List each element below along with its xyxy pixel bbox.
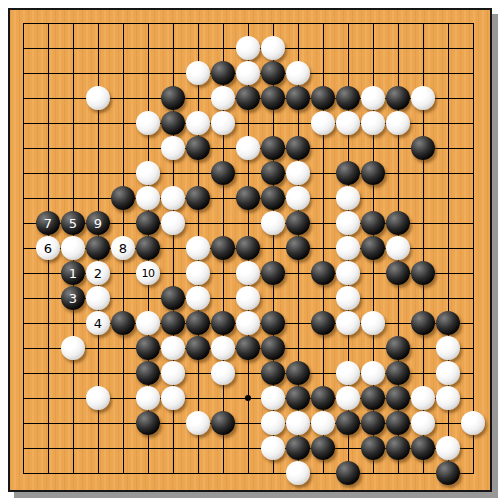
white-stone xyxy=(286,411,310,435)
black-stone xyxy=(136,361,160,385)
white-stone xyxy=(86,86,110,110)
white-stone xyxy=(336,311,360,335)
white-stone xyxy=(361,311,385,335)
white-stone xyxy=(336,186,360,210)
black-stone xyxy=(311,386,335,410)
black-stone xyxy=(386,386,410,410)
black-stone xyxy=(186,186,210,210)
grid-line-vertical xyxy=(473,23,474,474)
white-stone xyxy=(336,361,360,385)
white-stone xyxy=(361,361,385,385)
white-stone xyxy=(211,336,235,360)
black-stone xyxy=(236,186,260,210)
black-stone xyxy=(386,411,410,435)
black-stone xyxy=(161,286,185,310)
black-stone xyxy=(186,136,210,160)
hoshi-point xyxy=(245,395,251,401)
black-stone xyxy=(386,86,410,110)
white-stone xyxy=(436,386,460,410)
black-stone xyxy=(211,61,235,85)
white-stone xyxy=(361,86,385,110)
black-stone xyxy=(286,361,310,385)
black-stone xyxy=(336,161,360,185)
black-stone xyxy=(336,461,360,485)
grid-line-horizontal xyxy=(23,473,474,474)
black-stone xyxy=(286,86,310,110)
black-stone xyxy=(186,336,210,360)
black-stone xyxy=(361,411,385,435)
black-stone xyxy=(386,436,410,460)
white-stone xyxy=(336,236,360,260)
move-5-black-stone: 5 xyxy=(61,211,85,235)
white-stone xyxy=(161,136,185,160)
white-stone xyxy=(136,111,160,135)
black-stone xyxy=(136,336,160,360)
white-stone xyxy=(61,336,85,360)
white-stone xyxy=(261,411,285,435)
white-stone xyxy=(336,261,360,285)
black-stone xyxy=(286,436,310,460)
white-stone xyxy=(236,286,260,310)
white-stone xyxy=(411,411,435,435)
white-stone xyxy=(136,386,160,410)
white-stone xyxy=(336,211,360,235)
black-stone xyxy=(336,411,360,435)
move-number-label: 8 xyxy=(119,242,127,255)
white-stone xyxy=(86,286,110,310)
black-stone xyxy=(411,311,435,335)
white-stone xyxy=(161,211,185,235)
white-stone xyxy=(311,411,335,435)
move-number-label: 5 xyxy=(69,217,77,230)
black-stone xyxy=(386,211,410,235)
black-stone xyxy=(311,261,335,285)
black-stone xyxy=(261,86,285,110)
white-stone xyxy=(61,236,85,260)
white-stone xyxy=(261,436,285,460)
white-stone xyxy=(436,361,460,385)
move-6-white-stone: 6 xyxy=(36,236,60,260)
white-stone xyxy=(261,211,285,235)
white-stone xyxy=(286,161,310,185)
black-stone xyxy=(136,211,160,235)
white-stone xyxy=(136,186,160,210)
black-stone xyxy=(286,236,310,260)
white-stone xyxy=(286,61,310,85)
black-stone xyxy=(261,186,285,210)
white-stone xyxy=(186,61,210,85)
white-stone xyxy=(461,411,485,435)
white-stone xyxy=(211,361,235,385)
move-number-label: 10 xyxy=(142,268,155,279)
black-stone xyxy=(436,311,460,335)
black-stone xyxy=(261,161,285,185)
black-stone xyxy=(86,236,110,260)
move-number-label: 7 xyxy=(44,217,52,230)
white-stone xyxy=(236,61,260,85)
white-stone xyxy=(186,286,210,310)
white-stone xyxy=(186,111,210,135)
white-stone xyxy=(286,461,310,485)
black-stone xyxy=(186,311,210,335)
move-number-label: 9 xyxy=(94,217,102,230)
black-stone xyxy=(111,311,135,335)
black-stone xyxy=(311,86,335,110)
move-9-black-stone: 9 xyxy=(86,211,110,235)
white-stone xyxy=(136,311,160,335)
go-board[interactable]: 75968121034 xyxy=(8,8,492,492)
move-3-black-stone: 3 xyxy=(61,286,85,310)
white-stone xyxy=(186,261,210,285)
white-stone xyxy=(136,161,160,185)
white-stone xyxy=(386,236,410,260)
black-stone xyxy=(386,261,410,285)
white-stone xyxy=(261,386,285,410)
white-stone xyxy=(211,111,235,135)
move-8-white-stone: 8 xyxy=(111,236,135,260)
black-stone xyxy=(361,161,385,185)
white-stone xyxy=(161,361,185,385)
black-stone xyxy=(261,61,285,85)
black-stone xyxy=(111,186,135,210)
white-stone xyxy=(411,386,435,410)
black-stone xyxy=(161,86,185,110)
white-stone xyxy=(186,236,210,260)
move-number-label: 4 xyxy=(94,317,102,330)
move-number-label: 2 xyxy=(94,267,102,280)
white-stone xyxy=(286,186,310,210)
black-stone xyxy=(311,436,335,460)
move-number-label: 1 xyxy=(69,267,77,280)
black-stone xyxy=(161,311,185,335)
move-2-white-stone: 2 xyxy=(86,261,110,285)
move-number-label: 6 xyxy=(44,242,52,255)
white-stone xyxy=(336,386,360,410)
black-stone xyxy=(136,411,160,435)
white-stone xyxy=(336,111,360,135)
white-stone xyxy=(411,86,435,110)
white-stone xyxy=(436,436,460,460)
white-stone xyxy=(386,111,410,135)
white-stone xyxy=(361,111,385,135)
white-stone xyxy=(336,286,360,310)
black-stone xyxy=(411,436,435,460)
black-stone xyxy=(261,311,285,335)
move-1-black-stone: 1 xyxy=(61,261,85,285)
black-stone xyxy=(361,236,385,260)
black-stone xyxy=(261,361,285,385)
black-stone xyxy=(211,411,235,435)
white-stone xyxy=(236,261,260,285)
black-stone xyxy=(386,336,410,360)
black-stone xyxy=(161,111,185,135)
white-stone xyxy=(236,136,260,160)
black-stone xyxy=(236,236,260,260)
black-stone xyxy=(286,136,310,160)
black-stone xyxy=(211,236,235,260)
black-stone xyxy=(211,311,235,335)
move-4-white-stone: 4 xyxy=(86,311,110,335)
white-stone xyxy=(186,411,210,435)
black-stone xyxy=(411,261,435,285)
black-stone xyxy=(361,386,385,410)
black-stone xyxy=(286,386,310,410)
move-number-label: 3 xyxy=(69,292,77,305)
black-stone xyxy=(361,436,385,460)
white-stone xyxy=(311,111,335,135)
white-stone xyxy=(261,36,285,60)
white-stone xyxy=(211,86,235,110)
white-stone xyxy=(86,386,110,410)
black-stone xyxy=(261,336,285,360)
white-stone xyxy=(436,336,460,360)
black-stone xyxy=(436,461,460,485)
white-stone xyxy=(236,36,260,60)
white-stone xyxy=(161,186,185,210)
move-7-black-stone: 7 xyxy=(36,211,60,235)
black-stone xyxy=(411,136,435,160)
white-stone xyxy=(161,386,185,410)
black-stone xyxy=(311,311,335,335)
black-stone xyxy=(386,361,410,385)
white-stone xyxy=(236,311,260,335)
white-stone xyxy=(161,336,185,360)
black-stone xyxy=(211,161,235,185)
black-stone xyxy=(336,86,360,110)
black-stone xyxy=(261,261,285,285)
black-stone xyxy=(136,236,160,260)
black-stone xyxy=(261,136,285,160)
move-10-white-stone: 10 xyxy=(136,261,160,285)
black-stone xyxy=(361,211,385,235)
black-stone xyxy=(236,86,260,110)
black-stone xyxy=(236,336,260,360)
black-stone xyxy=(286,211,310,235)
